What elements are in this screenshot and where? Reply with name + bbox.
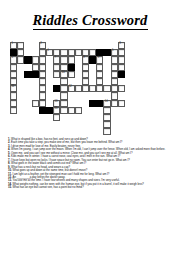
answer-cell[interactable] bbox=[68, 49, 75, 56]
clue-number-label: 12 bbox=[69, 86, 72, 89]
blocked-cell bbox=[46, 107, 53, 114]
clue-number-label: 3 bbox=[119, 43, 120, 46]
answer-cell[interactable] bbox=[75, 49, 82, 56]
answer-cell[interactable] bbox=[53, 114, 60, 121]
answer-cell[interactable] bbox=[17, 49, 24, 56]
clue-number-label: 2 bbox=[40, 43, 41, 46]
page-title: Riddles Crossword bbox=[0, 12, 180, 29]
answer-cell[interactable] bbox=[111, 92, 118, 99]
answer-cell[interactable]: 1 bbox=[10, 42, 17, 49]
blocked-cell bbox=[89, 56, 96, 63]
clue-number-label: 13 bbox=[55, 101, 58, 104]
answer-cell[interactable] bbox=[118, 49, 125, 56]
clue-number-label: 4 bbox=[47, 50, 48, 53]
crossword-grid: 123456789101112131415 bbox=[10, 42, 125, 135]
answer-cell[interactable]: 8 bbox=[82, 56, 89, 63]
answer-cell[interactable] bbox=[82, 64, 89, 71]
blocked-cell bbox=[24, 71, 31, 78]
answer-cell[interactable] bbox=[60, 78, 67, 85]
answer-cell[interactable]: 7 bbox=[53, 56, 60, 63]
answer-cell[interactable] bbox=[60, 85, 67, 92]
answer-cell[interactable] bbox=[75, 85, 82, 92]
answer-cell[interactable]: 12 bbox=[68, 85, 75, 92]
answer-cell[interactable]: 13 bbox=[53, 100, 60, 107]
clue-number-label: 5 bbox=[112, 50, 113, 53]
answer-cell[interactable] bbox=[39, 85, 46, 92]
answer-cell[interactable] bbox=[68, 71, 75, 78]
clue-number-label: 11 bbox=[11, 86, 14, 89]
clue-number-label: 9 bbox=[98, 57, 99, 60]
answer-cell[interactable] bbox=[118, 85, 125, 92]
blocked-cell bbox=[89, 100, 96, 107]
answer-cell[interactable] bbox=[39, 64, 46, 71]
answer-cell[interactable] bbox=[60, 92, 67, 99]
answer-cell[interactable] bbox=[39, 100, 46, 107]
answer-cell[interactable] bbox=[32, 64, 39, 71]
answer-cell[interactable] bbox=[10, 100, 17, 107]
blocked-cell bbox=[39, 107, 46, 114]
answer-cell[interactable] bbox=[60, 107, 67, 114]
clue-item-text: What has an eye but cannot see, has a po… bbox=[13, 186, 84, 189]
answer-cell[interactable]: 4 bbox=[46, 49, 53, 56]
answer-cell[interactable]: 15 bbox=[53, 107, 60, 114]
answer-cell[interactable] bbox=[39, 49, 46, 56]
answer-cell[interactable]: 2 bbox=[39, 42, 46, 49]
answer-cell[interactable] bbox=[68, 56, 75, 63]
answer-cell[interactable] bbox=[89, 85, 96, 92]
answer-cell[interactable] bbox=[39, 56, 46, 63]
answer-cell[interactable] bbox=[96, 71, 103, 78]
answer-cell[interactable] bbox=[118, 100, 125, 107]
clue-number-label: 8 bbox=[83, 57, 84, 60]
answer-cell[interactable] bbox=[96, 78, 103, 85]
clue-list: 1. What is shaped like a box, has no fee… bbox=[8, 138, 175, 190]
page-title-text: Riddles Crossword bbox=[33, 12, 148, 30]
blocked-cell bbox=[118, 71, 125, 78]
answer-cell[interactable] bbox=[111, 64, 118, 71]
answer-cell[interactable] bbox=[103, 85, 110, 92]
answer-cell[interactable] bbox=[96, 64, 103, 71]
answer-cell[interactable] bbox=[39, 92, 46, 99]
clue-number-label: 14 bbox=[105, 101, 108, 104]
blocked-cell bbox=[32, 71, 39, 78]
answer-cell[interactable] bbox=[103, 114, 110, 121]
answer-cell[interactable] bbox=[103, 128, 110, 135]
answer-cell[interactable] bbox=[32, 56, 39, 63]
answer-cell[interactable] bbox=[96, 85, 103, 92]
answer-cell[interactable] bbox=[17, 42, 24, 49]
blocked-cell bbox=[96, 100, 103, 107]
answer-cell[interactable] bbox=[60, 56, 67, 63]
answer-cell[interactable] bbox=[39, 78, 46, 85]
clue-item: 15. What has an eye but cannot see, has … bbox=[8, 186, 175, 189]
answer-cell[interactable]: 10 bbox=[60, 71, 67, 78]
answer-cell[interactable] bbox=[118, 64, 125, 71]
answer-cell[interactable]: 6 bbox=[10, 56, 17, 63]
answer-cell[interactable] bbox=[111, 71, 118, 78]
answer-cell[interactable] bbox=[53, 64, 60, 71]
answer-cell[interactable] bbox=[32, 100, 39, 107]
clue-number-label: 10 bbox=[62, 72, 65, 75]
blocked-cell bbox=[68, 64, 75, 71]
blocked-cell bbox=[24, 56, 31, 63]
answer-cell[interactable] bbox=[103, 121, 110, 128]
answer-cell[interactable] bbox=[82, 71, 89, 78]
answer-cell[interactable] bbox=[10, 71, 17, 78]
answer-cell[interactable] bbox=[111, 78, 118, 85]
answer-cell[interactable] bbox=[10, 92, 17, 99]
clue-number-label: 1 bbox=[11, 43, 12, 46]
clue-number-label: 7 bbox=[55, 57, 56, 60]
blocked-cell bbox=[53, 85, 60, 92]
answer-cell[interactable] bbox=[17, 56, 24, 63]
answer-cell[interactable] bbox=[53, 71, 60, 78]
answer-cell[interactable] bbox=[39, 71, 46, 78]
answer-cell[interactable] bbox=[60, 49, 67, 56]
answer-cell[interactable]: 14 bbox=[103, 100, 110, 107]
answer-cell[interactable] bbox=[68, 107, 75, 114]
worksheet-page: Riddles Crossword 123456789101112131415 … bbox=[0, 0, 180, 255]
answer-cell[interactable] bbox=[111, 85, 118, 92]
answer-cell[interactable]: 5 bbox=[111, 49, 118, 56]
clue-number-label: 15 bbox=[55, 108, 58, 111]
clue-number-label: 6 bbox=[11, 57, 12, 60]
answer-cell[interactable] bbox=[10, 64, 17, 71]
answer-cell[interactable] bbox=[60, 64, 67, 71]
answer-cell[interactable] bbox=[111, 100, 118, 107]
answer-cell[interactable]: 3 bbox=[118, 42, 125, 49]
answer-cell[interactable]: 9 bbox=[96, 56, 103, 63]
blocked-cell bbox=[103, 49, 110, 56]
answer-cell[interactable] bbox=[111, 56, 118, 63]
answer-cell[interactable] bbox=[10, 107, 17, 114]
answer-cell[interactable] bbox=[118, 56, 125, 63]
answer-cell[interactable] bbox=[75, 107, 82, 114]
answer-cell[interactable]: 11 bbox=[10, 85, 17, 92]
answer-cell[interactable] bbox=[82, 78, 89, 85]
answer-cell[interactable] bbox=[89, 49, 96, 56]
answer-cell[interactable] bbox=[103, 107, 110, 114]
answer-cell[interactable] bbox=[82, 85, 89, 92]
answer-cell[interactable] bbox=[60, 100, 67, 107]
